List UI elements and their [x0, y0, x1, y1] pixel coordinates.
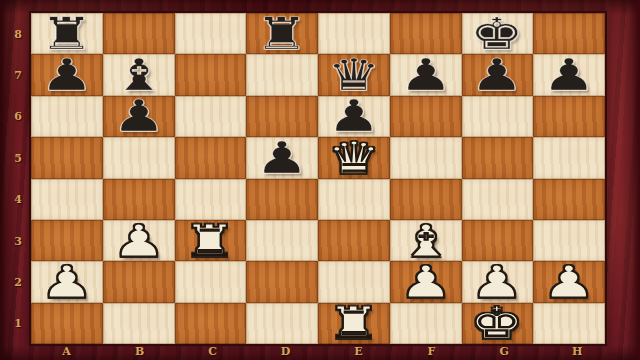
- rank-label-5: 5: [14, 151, 22, 164]
- square-h2[interactable]: ♟: [533, 261, 605, 302]
- square-g1[interactable]: ♚: [462, 303, 534, 344]
- square-f3[interactable]: ♝: [390, 220, 462, 261]
- black-pawn-g7[interactable]: ♟: [470, 53, 524, 97]
- square-h7[interactable]: ♟: [533, 54, 605, 95]
- square-h5[interactable]: [533, 137, 605, 178]
- black-rook-d8[interactable]: ♜: [255, 12, 309, 56]
- square-h8[interactable]: [533, 13, 605, 54]
- file-label-b: B: [135, 345, 145, 358]
- square-e5[interactable]: ♛: [318, 137, 390, 178]
- square-e6[interactable]: ♟: [318, 96, 390, 137]
- square-b1[interactable]: [103, 303, 175, 344]
- square-a7[interactable]: ♟: [31, 54, 103, 95]
- square-d1[interactable]: [246, 303, 318, 344]
- square-b3[interactable]: ♟: [103, 220, 175, 261]
- square-b5[interactable]: [103, 137, 175, 178]
- square-f6[interactable]: [390, 96, 462, 137]
- file-label-g: G: [500, 345, 510, 358]
- square-b6[interactable]: ♟: [103, 96, 175, 137]
- white-rook-e1[interactable]: ♜: [327, 301, 381, 345]
- black-pawn-b6[interactable]: ♟: [112, 94, 166, 138]
- square-a4[interactable]: [31, 179, 103, 220]
- file-label-h: H: [572, 345, 583, 358]
- square-f4[interactable]: [390, 179, 462, 220]
- square-h1[interactable]: [533, 303, 605, 344]
- square-h4[interactable]: [533, 179, 605, 220]
- square-a6[interactable]: [31, 96, 103, 137]
- file-label-d: D: [281, 345, 291, 358]
- white-pawn-f2[interactable]: ♟: [399, 260, 453, 304]
- square-a5[interactable]: [31, 137, 103, 178]
- black-pawn-h7[interactable]: ♟: [542, 53, 596, 97]
- rank-label-3: 3: [14, 234, 22, 247]
- square-c3[interactable]: ♜: [175, 220, 247, 261]
- rank-label-4: 4: [14, 193, 22, 206]
- square-f8[interactable]: [390, 13, 462, 54]
- square-b2[interactable]: [103, 261, 175, 302]
- white-king-g1[interactable]: ♚: [470, 301, 524, 345]
- square-a1[interactable]: [31, 303, 103, 344]
- square-d7[interactable]: [246, 54, 318, 95]
- square-g2[interactable]: ♟: [462, 261, 534, 302]
- square-d5[interactable]: ♟: [246, 137, 318, 178]
- white-queen-e5[interactable]: ♛: [327, 136, 381, 180]
- square-c8[interactable]: [175, 13, 247, 54]
- square-g5[interactable]: [462, 137, 534, 178]
- square-c2[interactable]: [175, 261, 247, 302]
- square-e4[interactable]: [318, 179, 390, 220]
- file-label-f: F: [427, 345, 435, 358]
- square-e2[interactable]: [318, 261, 390, 302]
- black-pawn-f7[interactable]: ♟: [399, 53, 453, 97]
- square-b7[interactable]: ♝: [103, 54, 175, 95]
- square-a2[interactable]: ♟: [31, 261, 103, 302]
- square-g7[interactable]: ♟: [462, 54, 534, 95]
- rank-label-6: 6: [14, 110, 22, 123]
- square-c5[interactable]: [175, 137, 247, 178]
- square-d3[interactable]: [246, 220, 318, 261]
- frame-left-shadow: [0, 0, 6, 360]
- rank-label-1: 1: [14, 317, 22, 330]
- square-d8[interactable]: ♜: [246, 13, 318, 54]
- black-pawn-a7[interactable]: ♟: [40, 53, 94, 97]
- black-pawn-d5[interactable]: ♟: [255, 136, 309, 180]
- square-g8[interactable]: ♚: [462, 13, 534, 54]
- rank-label-7: 7: [14, 69, 22, 82]
- file-label-e: E: [354, 345, 363, 358]
- square-h3[interactable]: [533, 220, 605, 261]
- square-f1[interactable]: [390, 303, 462, 344]
- square-f2[interactable]: ♟: [390, 261, 462, 302]
- square-g6[interactable]: [462, 96, 534, 137]
- square-e8[interactable]: [318, 13, 390, 54]
- square-b8[interactable]: [103, 13, 175, 54]
- board-grid: ♜♜♚♟♝♛♟♟♟♟♟♟♛♟♜♝♟♟♟♟♜♚: [31, 13, 605, 344]
- square-e3[interactable]: [318, 220, 390, 261]
- square-f5[interactable]: [390, 137, 462, 178]
- square-g4[interactable]: [462, 179, 534, 220]
- white-rook-c3[interactable]: ♜: [183, 219, 237, 263]
- file-label-c: C: [208, 345, 217, 358]
- chess-app-window: ♜♜♚♟♝♛♟♟♟♟♟♟♛♟♜♝♟♟♟♟♜♚ 87654321 ABCDEFGH: [0, 0, 640, 360]
- white-pawn-a2[interactable]: ♟: [40, 260, 94, 304]
- square-f7[interactable]: ♟: [390, 54, 462, 95]
- square-g3[interactable]: [462, 220, 534, 261]
- square-b4[interactable]: [103, 179, 175, 220]
- square-a8[interactable]: ♜: [31, 13, 103, 54]
- white-pawn-b3[interactable]: ♟: [112, 219, 166, 263]
- square-e7[interactable]: ♛: [318, 54, 390, 95]
- square-d6[interactable]: [246, 96, 318, 137]
- square-c6[interactable]: [175, 96, 247, 137]
- file-label-a: A: [62, 345, 71, 358]
- rank-label-8: 8: [14, 27, 22, 40]
- square-c1[interactable]: [175, 303, 247, 344]
- square-c4[interactable]: [175, 179, 247, 220]
- rank-label-2: 2: [14, 275, 22, 288]
- square-a3[interactable]: [31, 220, 103, 261]
- frame-right-shadow: [632, 0, 640, 360]
- square-d4[interactable]: [246, 179, 318, 220]
- white-pawn-h2[interactable]: ♟: [542, 260, 596, 304]
- square-e1[interactable]: ♜: [318, 303, 390, 344]
- square-h6[interactable]: [533, 96, 605, 137]
- square-c7[interactable]: [175, 54, 247, 95]
- square-d2[interactable]: [246, 261, 318, 302]
